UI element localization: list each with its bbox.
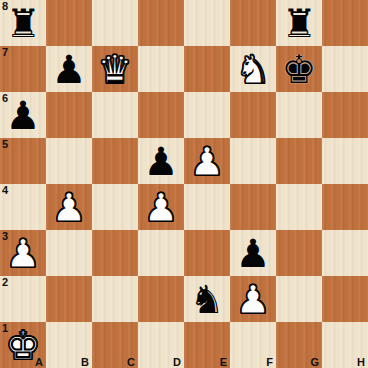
square-d2[interactable] — [138, 276, 184, 322]
square-c5[interactable] — [92, 138, 138, 184]
square-a6[interactable]: 6♟ — [0, 92, 46, 138]
square-d3[interactable] — [138, 230, 184, 276]
piece-white-pawn[interactable]: ♟ — [230, 276, 276, 322]
square-d7[interactable] — [138, 46, 184, 92]
square-g3[interactable] — [276, 230, 322, 276]
square-b7[interactable]: ♟ — [46, 46, 92, 92]
square-a2[interactable]: 2 — [0, 276, 46, 322]
square-b6[interactable] — [46, 92, 92, 138]
square-b8[interactable] — [46, 0, 92, 46]
square-g7[interactable]: ♚ — [276, 46, 322, 92]
piece-black-knight[interactable]: ♞ — [184, 276, 230, 322]
square-b1[interactable]: B — [46, 322, 92, 368]
square-f1[interactable]: F — [230, 322, 276, 368]
square-d6[interactable] — [138, 92, 184, 138]
piece-black-pawn[interactable]: ♟ — [230, 230, 276, 276]
square-e1[interactable]: E — [184, 322, 230, 368]
square-e3[interactable] — [184, 230, 230, 276]
rank-label-3: 3 — [2, 230, 8, 242]
square-h8[interactable] — [322, 0, 368, 46]
rank-label-2: 2 — [2, 276, 8, 288]
square-h1[interactable]: H — [322, 322, 368, 368]
rank-label-5: 5 — [2, 138, 8, 150]
square-c7[interactable]: ♛ — [92, 46, 138, 92]
square-f3[interactable]: ♟ — [230, 230, 276, 276]
square-d5[interactable]: ♟ — [138, 138, 184, 184]
file-label-d: D — [173, 356, 181, 368]
square-a8[interactable]: 8♜ — [0, 0, 46, 46]
piece-black-king[interactable]: ♚ — [276, 46, 322, 92]
square-d8[interactable] — [138, 0, 184, 46]
square-f4[interactable] — [230, 184, 276, 230]
square-f7[interactable]: ♞ — [230, 46, 276, 92]
square-h6[interactable] — [322, 92, 368, 138]
file-label-f: F — [266, 356, 273, 368]
file-label-h: H — [357, 356, 365, 368]
square-e4[interactable] — [184, 184, 230, 230]
square-a7[interactable]: 7 — [0, 46, 46, 92]
piece-white-pawn[interactable]: ♟ — [46, 184, 92, 230]
square-d1[interactable]: D — [138, 322, 184, 368]
square-f6[interactable] — [230, 92, 276, 138]
file-label-c: C — [127, 356, 135, 368]
square-a3[interactable]: 3♟ — [0, 230, 46, 276]
square-f8[interactable] — [230, 0, 276, 46]
square-b3[interactable] — [46, 230, 92, 276]
square-h3[interactable] — [322, 230, 368, 276]
square-e5[interactable]: ♟ — [184, 138, 230, 184]
square-h7[interactable] — [322, 46, 368, 92]
square-f2[interactable]: ♟ — [230, 276, 276, 322]
rank-label-4: 4 — [2, 184, 8, 196]
file-label-g: G — [310, 356, 319, 368]
square-h5[interactable] — [322, 138, 368, 184]
piece-black-pawn[interactable]: ♟ — [46, 46, 92, 92]
piece-white-queen[interactable]: ♛ — [92, 46, 138, 92]
rank-label-1: 1 — [2, 322, 8, 334]
square-b2[interactable] — [46, 276, 92, 322]
file-label-e: E — [220, 356, 227, 368]
piece-black-pawn[interactable]: ♟ — [138, 138, 184, 184]
square-h2[interactable] — [322, 276, 368, 322]
square-a5[interactable]: 5 — [0, 138, 46, 184]
square-e2[interactable]: ♞ — [184, 276, 230, 322]
square-a1[interactable]: 1A♚ — [0, 322, 46, 368]
square-g2[interactable] — [276, 276, 322, 322]
square-c8[interactable] — [92, 0, 138, 46]
square-d4[interactable]: ♟ — [138, 184, 184, 230]
square-g4[interactable] — [276, 184, 322, 230]
piece-black-rook[interactable]: ♜ — [276, 0, 322, 46]
piece-white-knight[interactable]: ♞ — [230, 46, 276, 92]
file-label-a: A — [35, 356, 43, 368]
rank-label-6: 6 — [2, 92, 8, 104]
square-g5[interactable] — [276, 138, 322, 184]
square-e7[interactable] — [184, 46, 230, 92]
piece-white-pawn[interactable]: ♟ — [138, 184, 184, 230]
square-b5[interactable] — [46, 138, 92, 184]
file-label-b: B — [81, 356, 89, 368]
rank-label-7: 7 — [2, 46, 8, 58]
piece-white-pawn[interactable]: ♟ — [184, 138, 230, 184]
square-c4[interactable] — [92, 184, 138, 230]
square-b4[interactable]: ♟ — [46, 184, 92, 230]
square-h4[interactable] — [322, 184, 368, 230]
square-e6[interactable] — [184, 92, 230, 138]
square-f5[interactable] — [230, 138, 276, 184]
square-g8[interactable]: ♜ — [276, 0, 322, 46]
square-c6[interactable] — [92, 92, 138, 138]
square-c2[interactable] — [92, 276, 138, 322]
rank-label-8: 8 — [2, 0, 8, 12]
square-g6[interactable] — [276, 92, 322, 138]
square-c3[interactable] — [92, 230, 138, 276]
square-a4[interactable]: 4 — [0, 184, 46, 230]
square-e8[interactable] — [184, 0, 230, 46]
square-g1[interactable]: G — [276, 322, 322, 368]
square-c1[interactable]: C — [92, 322, 138, 368]
chess-board: 8♜♜7♟♛♞♚6♟5♟♟4♟♟3♟♟2♞♟1A♚BCDEFGH — [0, 0, 368, 368]
